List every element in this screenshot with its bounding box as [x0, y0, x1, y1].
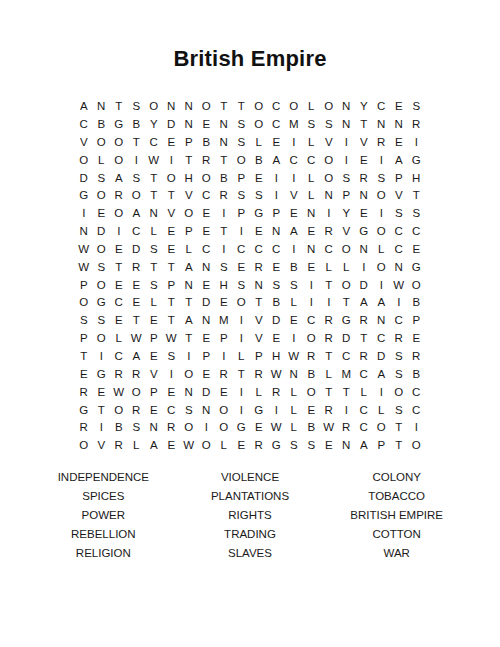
grid-cell[interactable]: P: [75, 276, 93, 294]
grid-cell[interactable]: M: [338, 366, 356, 384]
grid-cell[interactable]: N: [198, 259, 216, 277]
grid-cell[interactable]: R: [75, 419, 93, 437]
grid-cell[interactable]: A: [373, 366, 391, 384]
grid-cell[interactable]: I: [268, 169, 286, 187]
grid-cell[interactable]: Y: [338, 205, 356, 223]
grid-cell[interactable]: L: [373, 241, 391, 259]
grid-cell[interactable]: E: [250, 223, 268, 241]
grid-cell[interactable]: I: [233, 384, 251, 402]
grid-cell[interactable]: L: [128, 437, 146, 455]
grid-cell[interactable]: C: [390, 223, 408, 241]
grid-cell[interactable]: I: [408, 134, 426, 152]
grid-cell[interactable]: O: [373, 187, 391, 205]
grid-cell[interactable]: E: [198, 223, 216, 241]
grid-cell[interactable]: E: [250, 419, 268, 437]
grid-cell[interactable]: A: [390, 152, 408, 170]
grid-cell[interactable]: I: [233, 330, 251, 348]
grid-cell[interactable]: E: [198, 205, 216, 223]
grid-cell[interactable]: N: [303, 205, 321, 223]
grid-cell[interactable]: T: [128, 134, 146, 152]
grid-cell[interactable]: H: [268, 348, 286, 366]
grid-cell[interactable]: C: [408, 384, 426, 402]
grid-cell[interactable]: W: [285, 348, 303, 366]
grid-cell[interactable]: T: [338, 384, 356, 402]
grid-cell[interactable]: L: [320, 259, 338, 277]
grid-cell[interactable]: S: [93, 169, 111, 187]
grid-cell[interactable]: L: [320, 366, 338, 384]
grid-cell[interactable]: I: [233, 312, 251, 330]
grid-cell[interactable]: I: [110, 223, 128, 241]
grid-cell[interactable]: N: [145, 205, 163, 223]
grid-cell[interactable]: P: [390, 169, 408, 187]
grid-cell[interactable]: N: [390, 259, 408, 277]
grid-cell[interactable]: N: [373, 116, 391, 134]
grid-cell[interactable]: I: [215, 205, 233, 223]
grid-cell[interactable]: D: [338, 330, 356, 348]
grid-cell[interactable]: R: [215, 187, 233, 205]
grid-cell[interactable]: N: [268, 223, 286, 241]
grid-cell[interactable]: G: [233, 419, 251, 437]
grid-cell[interactable]: E: [128, 276, 146, 294]
grid-cell[interactable]: S: [233, 134, 251, 152]
grid-cell[interactable]: T: [233, 98, 251, 116]
grid-cell[interactable]: L: [250, 134, 268, 152]
grid-cell[interactable]: V: [93, 437, 111, 455]
grid-cell[interactable]: B: [198, 134, 216, 152]
grid-cell[interactable]: N: [338, 98, 356, 116]
grid-cell[interactable]: C: [128, 223, 146, 241]
grid-cell[interactable]: N: [355, 241, 373, 259]
grid-cell[interactable]: I: [285, 241, 303, 259]
grid-cell[interactable]: E: [110, 276, 128, 294]
grid-cell[interactable]: E: [355, 205, 373, 223]
grid-cell[interactable]: D: [163, 116, 181, 134]
grid-cell[interactable]: I: [285, 169, 303, 187]
grid-cell[interactable]: L: [285, 294, 303, 312]
grid-cell[interactable]: A: [355, 437, 373, 455]
grid-cell[interactable]: O: [198, 437, 216, 455]
grid-cell[interactable]: N: [390, 116, 408, 134]
grid-cell[interactable]: G: [75, 401, 93, 419]
grid-cell[interactable]: O: [338, 241, 356, 259]
grid-cell[interactable]: O: [373, 419, 391, 437]
grid-cell[interactable]: O: [93, 330, 111, 348]
grid-cell[interactable]: O: [408, 276, 426, 294]
grid-cell[interactable]: C: [373, 330, 391, 348]
grid-cell[interactable]: O: [320, 152, 338, 170]
grid-cell[interactable]: R: [303, 348, 321, 366]
grid-cell[interactable]: S: [390, 366, 408, 384]
grid-cell[interactable]: S: [233, 116, 251, 134]
grid-cell[interactable]: I: [268, 187, 286, 205]
grid-cell[interactable]: C: [320, 241, 338, 259]
grid-cell[interactable]: G: [408, 152, 426, 170]
grid-cell[interactable]: T: [408, 187, 426, 205]
grid-cell[interactable]: B: [303, 419, 321, 437]
grid-cell[interactable]: V: [355, 134, 373, 152]
grid-cell[interactable]: W: [390, 276, 408, 294]
grid-cell[interactable]: S: [320, 116, 338, 134]
grid-cell[interactable]: L: [250, 384, 268, 402]
grid-cell[interactable]: B: [285, 259, 303, 277]
grid-cell[interactable]: G: [75, 187, 93, 205]
grid-cell[interactable]: E: [198, 330, 216, 348]
grid-cell[interactable]: O: [110, 134, 128, 152]
grid-cell[interactable]: T: [145, 169, 163, 187]
grid-cell[interactable]: S: [128, 419, 146, 437]
grid-cell[interactable]: T: [355, 116, 373, 134]
grid-cell[interactable]: I: [268, 401, 286, 419]
grid-cell[interactable]: O: [75, 437, 93, 455]
grid-cell[interactable]: I: [373, 276, 391, 294]
grid-cell[interactable]: S: [233, 187, 251, 205]
grid-cell[interactable]: C: [303, 152, 321, 170]
grid-cell[interactable]: O: [303, 384, 321, 402]
grid-cell[interactable]: R: [110, 187, 128, 205]
grid-cell[interactable]: T: [93, 401, 111, 419]
grid-cell[interactable]: C: [268, 98, 286, 116]
grid-cell[interactable]: O: [215, 419, 233, 437]
grid-cell[interactable]: L: [303, 169, 321, 187]
grid-cell[interactable]: R: [338, 419, 356, 437]
grid-cell[interactable]: P: [75, 330, 93, 348]
grid-cell[interactable]: I: [320, 294, 338, 312]
grid-cell[interactable]: O: [285, 98, 303, 116]
grid-cell[interactable]: C: [303, 312, 321, 330]
grid-cell[interactable]: L: [180, 241, 198, 259]
grid-cell[interactable]: N: [303, 241, 321, 259]
grid-cell[interactable]: S: [338, 169, 356, 187]
grid-cell[interactable]: I: [233, 223, 251, 241]
grid-cell[interactable]: L: [233, 348, 251, 366]
grid-cell[interactable]: L: [215, 437, 233, 455]
grid-cell[interactable]: T: [338, 294, 356, 312]
grid-cell[interactable]: H: [180, 169, 198, 187]
grid-cell[interactable]: N: [285, 366, 303, 384]
grid-cell[interactable]: B: [408, 294, 426, 312]
grid-cell[interactable]: E: [198, 366, 216, 384]
grid-cell[interactable]: S: [75, 312, 93, 330]
grid-cell[interactable]: E: [145, 348, 163, 366]
grid-cell[interactable]: P: [180, 223, 198, 241]
grid-cell[interactable]: I: [163, 366, 181, 384]
grid-cell[interactable]: E: [93, 384, 111, 402]
grid-cell[interactable]: S: [93, 259, 111, 277]
grid-cell[interactable]: C: [198, 241, 216, 259]
grid-cell[interactable]: L: [303, 134, 321, 152]
grid-cell[interactable]: I: [373, 205, 391, 223]
grid-cell[interactable]: T: [320, 384, 338, 402]
grid-cell[interactable]: D: [198, 294, 216, 312]
grid-cell[interactable]: N: [215, 134, 233, 152]
grid-cell[interactable]: E: [198, 276, 216, 294]
grid-cell[interactable]: E: [285, 205, 303, 223]
grid-cell[interactable]: V: [250, 330, 268, 348]
grid-cell[interactable]: D: [93, 223, 111, 241]
grid-cell[interactable]: S: [373, 169, 391, 187]
grid-cell[interactable]: C: [198, 187, 216, 205]
grid-cell[interactable]: E: [163, 437, 181, 455]
grid-cell[interactable]: A: [110, 169, 128, 187]
grid-cell[interactable]: G: [250, 401, 268, 419]
grid-cell[interactable]: W: [268, 366, 286, 384]
grid-cell[interactable]: I: [215, 348, 233, 366]
grid-cell[interactable]: C: [163, 401, 181, 419]
grid-cell[interactable]: I: [93, 348, 111, 366]
grid-cell[interactable]: S: [215, 259, 233, 277]
grid-cell[interactable]: O: [75, 152, 93, 170]
grid-cell[interactable]: O: [180, 419, 198, 437]
grid-cell[interactable]: V: [320, 134, 338, 152]
grid-cell[interactable]: C: [355, 366, 373, 384]
grid-cell[interactable]: T: [110, 98, 128, 116]
grid-cell[interactable]: O: [93, 276, 111, 294]
grid-cell[interactable]: E: [355, 152, 373, 170]
grid-cell[interactable]: W: [320, 419, 338, 437]
grid-cell[interactable]: G: [408, 259, 426, 277]
grid-cell[interactable]: I: [373, 152, 391, 170]
grid-cell[interactable]: C: [250, 241, 268, 259]
grid-cell[interactable]: E: [163, 134, 181, 152]
grid-cell[interactable]: V: [250, 312, 268, 330]
grid-cell[interactable]: C: [408, 401, 426, 419]
grid-cell[interactable]: O: [233, 152, 251, 170]
grid-cell[interactable]: N: [198, 401, 216, 419]
grid-cell[interactable]: W: [180, 437, 198, 455]
grid-cell[interactable]: E: [320, 437, 338, 455]
grid-cell[interactable]: E: [163, 241, 181, 259]
grid-cell[interactable]: V: [390, 187, 408, 205]
grid-cell[interactable]: T: [180, 152, 198, 170]
grid-cell[interactable]: E: [93, 205, 111, 223]
grid-cell[interactable]: I: [180, 348, 198, 366]
grid-cell[interactable]: R: [75, 384, 93, 402]
grid-cell[interactable]: V: [145, 366, 163, 384]
grid-cell[interactable]: A: [128, 205, 146, 223]
grid-cell[interactable]: B: [250, 152, 268, 170]
grid-cell[interactable]: T: [215, 98, 233, 116]
grid-cell[interactable]: R: [250, 366, 268, 384]
grid-cell[interactable]: O: [93, 241, 111, 259]
grid-cell[interactable]: B: [408, 366, 426, 384]
grid-cell[interactable]: D: [268, 312, 286, 330]
grid-cell[interactable]: O: [163, 169, 181, 187]
grid-cell[interactable]: P: [198, 348, 216, 366]
grid-cell[interactable]: O: [303, 330, 321, 348]
grid-cell[interactable]: E: [145, 312, 163, 330]
grid-cell[interactable]: R: [320, 223, 338, 241]
grid-cell[interactable]: A: [180, 312, 198, 330]
grid-cell[interactable]: S: [408, 98, 426, 116]
grid-cell[interactable]: V: [180, 187, 198, 205]
grid-cell[interactable]: O: [198, 169, 216, 187]
grid-cell[interactable]: S: [145, 241, 163, 259]
grid-cell[interactable]: D: [355, 276, 373, 294]
grid-cell[interactable]: P: [408, 312, 426, 330]
grid-cell[interactable]: C: [233, 241, 251, 259]
grid-cell[interactable]: I: [338, 152, 356, 170]
grid-cell[interactable]: S: [163, 348, 181, 366]
grid-cell[interactable]: S: [233, 276, 251, 294]
grid-cell[interactable]: O: [145, 98, 163, 116]
grid-cell[interactable]: O: [215, 401, 233, 419]
grid-cell[interactable]: S: [180, 401, 198, 419]
grid-cell[interactable]: D: [75, 169, 93, 187]
grid-cell[interactable]: W: [110, 384, 128, 402]
grid-cell[interactable]: N: [145, 419, 163, 437]
grid-cell[interactable]: W: [145, 152, 163, 170]
grid-cell[interactable]: T: [128, 312, 146, 330]
grid-cell[interactable]: R: [128, 366, 146, 384]
grid-cell[interactable]: P: [233, 169, 251, 187]
grid-cell[interactable]: P: [268, 205, 286, 223]
grid-cell[interactable]: I: [285, 330, 303, 348]
grid-cell[interactable]: R: [390, 330, 408, 348]
grid-cell[interactable]: T: [163, 294, 181, 312]
grid-cell[interactable]: I: [233, 401, 251, 419]
grid-cell[interactable]: N: [250, 276, 268, 294]
grid-cell[interactable]: P: [145, 330, 163, 348]
grid-cell[interactable]: I: [355, 259, 373, 277]
grid-cell[interactable]: R: [408, 116, 426, 134]
grid-cell[interactable]: N: [355, 187, 373, 205]
grid-cell[interactable]: I: [215, 241, 233, 259]
grid-cell[interactable]: B: [93, 116, 111, 134]
grid-cell[interactable]: T: [145, 259, 163, 277]
grid-cell[interactable]: S: [128, 98, 146, 116]
grid-cell[interactable]: L: [303, 187, 321, 205]
grid-cell[interactable]: I: [338, 134, 356, 152]
grid-cell[interactable]: A: [180, 259, 198, 277]
grid-cell[interactable]: O: [180, 205, 198, 223]
grid-cell[interactable]: I: [285, 134, 303, 152]
grid-cell[interactable]: O: [390, 384, 408, 402]
grid-cell[interactable]: I: [163, 152, 181, 170]
grid-cell[interactable]: A: [373, 294, 391, 312]
grid-cell[interactable]: T: [355, 330, 373, 348]
grid-cell[interactable]: S: [390, 205, 408, 223]
grid-cell[interactable]: E: [390, 134, 408, 152]
grid-cell[interactable]: D: [128, 241, 146, 259]
grid-cell[interactable]: L: [285, 401, 303, 419]
grid-cell[interactable]: C: [390, 241, 408, 259]
grid-cell[interactable]: P: [250, 348, 268, 366]
grid-cell[interactable]: D: [373, 348, 391, 366]
grid-cell[interactable]: W: [268, 419, 286, 437]
grid-cell[interactable]: N: [75, 223, 93, 241]
grid-cell[interactable]: I: [373, 384, 391, 402]
grid-cell[interactable]: N: [320, 187, 338, 205]
grid-cell[interactable]: G: [268, 437, 286, 455]
grid-cell[interactable]: L: [303, 98, 321, 116]
grid-cell[interactable]: H: [408, 169, 426, 187]
grid-cell[interactable]: E: [390, 98, 408, 116]
grid-cell[interactable]: T: [390, 437, 408, 455]
grid-cell[interactable]: R: [128, 259, 146, 277]
grid-cell[interactable]: C: [110, 348, 128, 366]
grid-cell[interactable]: G: [338, 312, 356, 330]
grid-cell[interactable]: M: [215, 312, 233, 330]
grid-cell[interactable]: O: [373, 259, 391, 277]
grid-cell[interactable]: E: [285, 312, 303, 330]
grid-cell[interactable]: O: [110, 401, 128, 419]
grid-cell[interactable]: S: [128, 169, 146, 187]
grid-cell[interactable]: Y: [355, 98, 373, 116]
grid-cell[interactable]: R: [408, 348, 426, 366]
grid-cell[interactable]: E: [303, 401, 321, 419]
grid-cell[interactable]: C: [268, 241, 286, 259]
grid-cell[interactable]: O: [250, 116, 268, 134]
grid-cell[interactable]: B: [268, 294, 286, 312]
grid-cell[interactable]: A: [145, 437, 163, 455]
grid-cell[interactable]: G: [93, 294, 111, 312]
grid-cell[interactable]: V: [75, 134, 93, 152]
grid-cell[interactable]: O: [233, 294, 251, 312]
grid-cell[interactable]: R: [250, 437, 268, 455]
grid-cell[interactable]: G: [355, 223, 373, 241]
grid-cell[interactable]: N: [373, 312, 391, 330]
grid-cell[interactable]: L: [145, 294, 163, 312]
grid-cell[interactable]: A: [285, 223, 303, 241]
grid-cell[interactable]: E: [408, 330, 426, 348]
grid-cell[interactable]: A: [268, 152, 286, 170]
grid-cell[interactable]: S: [285, 276, 303, 294]
grid-cell[interactable]: R: [373, 134, 391, 152]
grid-cell[interactable]: N: [180, 98, 198, 116]
grid-cell[interactable]: E: [268, 259, 286, 277]
grid-cell[interactable]: R: [320, 312, 338, 330]
grid-cell[interactable]: T: [390, 419, 408, 437]
grid-cell[interactable]: E: [75, 366, 93, 384]
grid-cell[interactable]: E: [128, 294, 146, 312]
grid-cell[interactable]: A: [128, 348, 146, 366]
grid-cell[interactable]: T: [110, 259, 128, 277]
grid-cell[interactable]: O: [408, 437, 426, 455]
grid-cell[interactable]: R: [163, 419, 181, 437]
grid-cell[interactable]: W: [75, 241, 93, 259]
grid-cell[interactable]: E: [408, 241, 426, 259]
grid-cell[interactable]: N: [338, 116, 356, 134]
grid-cell[interactable]: P: [163, 276, 181, 294]
grid-cell[interactable]: T: [163, 312, 181, 330]
grid-cell[interactable]: B: [215, 169, 233, 187]
grid-cell[interactable]: E: [233, 259, 251, 277]
grid-cell[interactable]: O: [75, 294, 93, 312]
grid-cell[interactable]: E: [145, 401, 163, 419]
grid-cell[interactable]: A: [355, 294, 373, 312]
grid-cell[interactable]: T: [215, 152, 233, 170]
grid-cell[interactable]: R: [268, 384, 286, 402]
grid-cell[interactable]: E: [303, 259, 321, 277]
grid-cell[interactable]: N: [198, 312, 216, 330]
grid-cell[interactable]: P: [180, 134, 198, 152]
grid-cell[interactable]: I: [320, 205, 338, 223]
grid-cell[interactable]: R: [355, 169, 373, 187]
grid-cell[interactable]: E: [268, 330, 286, 348]
grid-cell[interactable]: L: [285, 419, 303, 437]
grid-cell[interactable]: O: [250, 98, 268, 116]
grid-cell[interactable]: R: [110, 437, 128, 455]
grid-cell[interactable]: V: [338, 223, 356, 241]
grid-cell[interactable]: R: [320, 330, 338, 348]
grid-cell[interactable]: W: [75, 259, 93, 277]
grid-cell[interactable]: N: [180, 116, 198, 134]
grid-cell[interactable]: C: [373, 98, 391, 116]
grid-cell[interactable]: S: [303, 437, 321, 455]
grid-cell[interactable]: C: [390, 312, 408, 330]
grid-cell[interactable]: S: [145, 276, 163, 294]
grid-cell[interactable]: N: [180, 276, 198, 294]
